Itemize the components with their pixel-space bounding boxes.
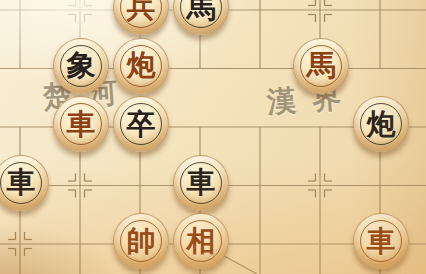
piece-red-chariot-1[interactable]: 車	[53, 96, 107, 150]
piece-disc: 帥	[113, 213, 169, 269]
piece-character: 炮	[127, 51, 156, 80]
piece-disc: 兵	[113, 0, 169, 35]
piece-character: 車	[7, 168, 36, 197]
piece-character: 車	[67, 110, 96, 139]
piece-character: 車	[187, 168, 216, 197]
piece-black-elephant[interactable]: 象	[53, 38, 107, 92]
piece-disc: 車	[0, 155, 49, 211]
piece-black-cannon[interactable]: 炮	[353, 96, 407, 150]
piece-character: 馬	[307, 51, 336, 80]
piece-disc: 相	[173, 213, 229, 269]
piece-character: 相	[187, 227, 216, 256]
piece-character: 卒	[127, 110, 156, 139]
piece-character: 馬	[187, 0, 216, 22]
piece-red-soldier[interactable]: 兵	[113, 0, 167, 33]
piece-disc: 車	[173, 155, 229, 211]
piece-red-general[interactable]: 帥	[113, 213, 167, 267]
piece-disc: 炮	[113, 38, 169, 94]
piece-disc: 馬	[173, 0, 229, 35]
piece-black-soldier[interactable]: 卒	[113, 96, 167, 150]
piece-disc: 炮	[353, 96, 409, 152]
piece-red-elephant[interactable]: 相	[173, 213, 227, 267]
piece-red-chariot-2[interactable]: 車	[353, 213, 407, 267]
piece-disc: 車	[53, 96, 109, 152]
piece-character: 象	[67, 51, 96, 80]
pieces-layer: 兵馬象炮馬車卒炮車車帥相車	[0, 0, 426, 274]
piece-black-chariot-2[interactable]: 車	[173, 155, 227, 209]
piece-black-horse[interactable]: 馬	[173, 0, 227, 33]
piece-red-cannon[interactable]: 炮	[113, 38, 167, 92]
piece-character: 炮	[367, 110, 396, 139]
piece-character: 帥	[127, 227, 156, 256]
piece-disc: 馬	[293, 38, 349, 94]
piece-red-horse[interactable]: 馬	[293, 38, 347, 92]
piece-disc: 象	[53, 38, 109, 94]
piece-disc: 車	[353, 213, 409, 269]
xiangqi-board[interactable]: 楚河 漢界 兵馬象炮馬車卒炮車車帥相車	[0, 0, 426, 274]
piece-black-chariot-1[interactable]: 車	[0, 155, 47, 209]
piece-character: 兵	[127, 0, 156, 22]
piece-character: 車	[367, 227, 396, 256]
piece-disc: 卒	[113, 96, 169, 152]
